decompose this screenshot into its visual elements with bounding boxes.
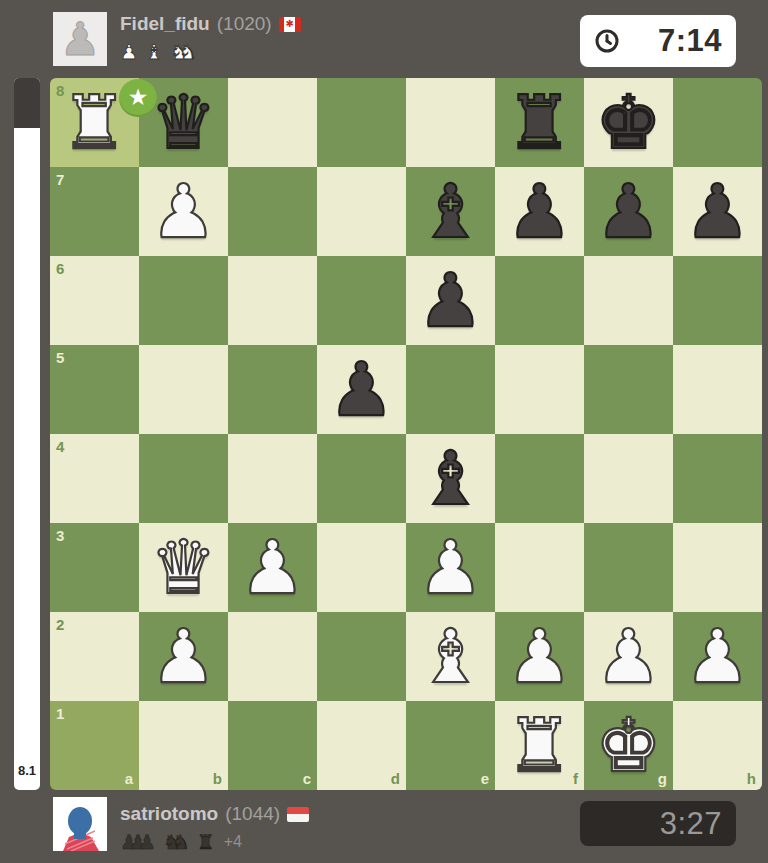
square-d8[interactable] — [317, 78, 406, 167]
square-g3[interactable] — [584, 523, 673, 612]
rank-label-3: 3 — [56, 527, 64, 544]
bottom-player-bar: satriotomo (1044) ♟♟♟♞♞♜+4 3:27 — [0, 790, 768, 863]
square-c5[interactable] — [228, 345, 317, 434]
file-label-e: e — [481, 770, 489, 787]
file-label-a: a — [125, 770, 133, 787]
square-g6[interactable] — [584, 256, 673, 345]
top-player-bar: ♟ Fidel_fidu (1020) ✱ ♟♝♞♞ 7:14 — [0, 0, 768, 78]
square-f5[interactable] — [495, 345, 584, 434]
square-f4[interactable] — [495, 434, 584, 523]
square-b3[interactable]: ♛ — [139, 523, 228, 612]
square-g2[interactable]: ♟ — [584, 612, 673, 701]
top-player-rating: (1020) — [217, 13, 272, 35]
square-b6[interactable] — [139, 256, 228, 345]
square-e7[interactable]: ♝ — [406, 167, 495, 256]
square-a1[interactable]: 1a — [50, 701, 139, 790]
square-g8[interactable]: ♚ — [584, 78, 673, 167]
captured-black-piece-icon: ♞ — [172, 830, 190, 854]
square-a6[interactable]: 6 — [50, 256, 139, 345]
chess-board[interactable]: 8♜★♛♜♚7♟♝♟♟♟6♟5♟4♝3♛♟♟2♟♝♟♟♟1abcdef♜g♚h — [50, 78, 762, 790]
top-clock-time: 7:14 — [620, 23, 736, 59]
square-g7[interactable]: ♟ — [584, 167, 673, 256]
file-label-d: d — [391, 770, 400, 787]
square-a2[interactable]: 2 — [50, 612, 139, 701]
square-d3[interactable] — [317, 523, 406, 612]
square-c8[interactable] — [228, 78, 317, 167]
square-c7[interactable] — [228, 167, 317, 256]
square-c2[interactable] — [228, 612, 317, 701]
black-pawn-f7[interactable]: ♟ — [495, 167, 584, 256]
white-bishop-e2[interactable]: ♝ — [406, 612, 495, 701]
square-c6[interactable] — [228, 256, 317, 345]
captured-white-piece-icon: ♞ — [179, 40, 197, 64]
file-label-c: c — [303, 770, 311, 787]
square-e8[interactable] — [406, 78, 495, 167]
rank-label-2: 2 — [56, 616, 64, 633]
captured-group: ♝ — [145, 40, 163, 64]
black-pawn-h7[interactable]: ♟ — [673, 167, 762, 256]
square-g1[interactable]: g♚ — [584, 701, 673, 790]
square-f7[interactable]: ♟ — [495, 167, 584, 256]
black-pawn-d5[interactable]: ♟ — [317, 345, 406, 434]
square-d2[interactable] — [317, 612, 406, 701]
bottom-captured-pieces: ♟♟♟♞♞♜+4 — [120, 829, 309, 855]
captured-group: ♞♞ — [170, 40, 197, 64]
square-g4[interactable] — [584, 434, 673, 523]
indonesia-flag-icon — [287, 807, 309, 822]
square-f3[interactable] — [495, 523, 584, 612]
rank-label-7: 7 — [56, 171, 64, 188]
black-bishop-e4[interactable]: ♝ — [406, 434, 495, 523]
square-h5[interactable] — [673, 345, 762, 434]
square-d4[interactable] — [317, 434, 406, 523]
white-rook-f1[interactable]: ♜ — [495, 701, 584, 790]
captured-group: ♟ — [120, 40, 138, 64]
square-c3[interactable]: ♟ — [228, 523, 317, 612]
square-f6[interactable] — [495, 256, 584, 345]
square-f8[interactable]: ♜ — [495, 78, 584, 167]
square-h4[interactable] — [673, 434, 762, 523]
bottom-player-name[interactable]: satriotomo — [120, 803, 218, 825]
square-b2[interactable]: ♟ — [139, 612, 228, 701]
square-h7[interactable]: ♟ — [673, 167, 762, 256]
evaluation-score: 8.1 — [14, 763, 40, 778]
captured-group: ♞♞ — [163, 830, 190, 854]
pawn-avatar-icon: ♟ — [59, 12, 100, 66]
top-player-avatar[interactable]: ♟ — [53, 12, 107, 66]
square-h2[interactable]: ♟ — [673, 612, 762, 701]
square-h8[interactable] — [673, 78, 762, 167]
captured-group: ♟♟♟ — [120, 830, 156, 854]
square-c1[interactable]: c — [228, 701, 317, 790]
top-player-clock: 7:14 — [580, 15, 736, 67]
square-b1[interactable]: b — [139, 701, 228, 790]
material-advantage: +4 — [224, 833, 242, 851]
square-d5[interactable]: ♟ — [317, 345, 406, 434]
square-f2[interactable]: ♟ — [495, 612, 584, 701]
bottom-player-rating: (1044) — [225, 803, 280, 825]
square-c4[interactable] — [228, 434, 317, 523]
rank-label-4: 4 — [56, 438, 64, 455]
white-pawn-h2[interactable]: ♟ — [673, 612, 762, 701]
white-pawn-g2[interactable]: ♟ — [584, 612, 673, 701]
captured-group: ♜ — [197, 830, 215, 854]
clock-icon — [594, 28, 620, 54]
white-pawn-e3[interactable]: ♟ — [406, 523, 495, 612]
square-h6[interactable] — [673, 256, 762, 345]
rank-label-5: 5 — [56, 349, 64, 366]
black-king-g8[interactable]: ♚ — [584, 78, 673, 167]
square-f1[interactable]: f♜ — [495, 701, 584, 790]
evaluation-bar-black-portion — [14, 78, 40, 128]
black-bishop-e7[interactable]: ♝ — [406, 167, 495, 256]
file-label-h: h — [747, 770, 756, 787]
square-b5[interactable] — [139, 345, 228, 434]
square-e5[interactable] — [406, 345, 495, 434]
black-pawn-e6[interactable]: ♟ — [406, 256, 495, 345]
rank-label-1: 1 — [56, 705, 64, 722]
file-label-b: b — [213, 770, 222, 787]
captured-black-piece-icon: ♜ — [197, 830, 215, 854]
square-a8[interactable]: 8♜★ — [50, 78, 139, 167]
square-b4[interactable] — [139, 434, 228, 523]
square-e6[interactable]: ♟ — [406, 256, 495, 345]
rank-label-6: 6 — [56, 260, 64, 277]
square-a3[interactable]: 3 — [50, 523, 139, 612]
square-h3[interactable] — [673, 523, 762, 612]
black-pawn-g7[interactable]: ♟ — [584, 167, 673, 256]
white-pawn-c3[interactable]: ♟ — [228, 523, 317, 612]
square-d1[interactable]: d — [317, 701, 406, 790]
square-e1[interactable]: e — [406, 701, 495, 790]
square-a4[interactable]: 4 — [50, 434, 139, 523]
top-captured-pieces: ♟♝♞♞ — [120, 39, 301, 65]
bottom-clock-time: 3:27 — [580, 806, 736, 842]
square-e4[interactable]: ♝ — [406, 434, 495, 523]
square-d6[interactable] — [317, 256, 406, 345]
bottom-player-clock: 3:27 — [580, 801, 736, 846]
black-rook-f8[interactable]: ♜ — [495, 78, 584, 167]
person-avatar-icon — [53, 797, 107, 851]
square-g5[interactable] — [584, 345, 673, 434]
white-queen-b3[interactable]: ♛ — [139, 523, 228, 612]
square-b7[interactable]: ♟ — [139, 167, 228, 256]
white-king-g1[interactable]: ♚ — [584, 701, 673, 790]
evaluation-bar: 8.1 — [14, 78, 40, 790]
square-d7[interactable] — [317, 167, 406, 256]
canada-flag-icon: ✱ — [279, 17, 301, 32]
captured-black-piece-icon: ♟ — [138, 830, 156, 854]
white-pawn-b7[interactable]: ♟ — [139, 167, 228, 256]
square-e2[interactable]: ♝ — [406, 612, 495, 701]
white-pawn-f2[interactable]: ♟ — [495, 612, 584, 701]
white-pawn-b2[interactable]: ♟ — [139, 612, 228, 701]
captured-white-piece-icon: ♟ — [120, 40, 138, 64]
square-a5[interactable]: 5 — [50, 345, 139, 434]
captured-white-piece-icon: ♝ — [145, 40, 163, 64]
move-star-badge-icon: ★ — [119, 79, 157, 117]
bottom-player-avatar[interactable] — [53, 797, 107, 851]
square-a7[interactable]: 7 — [50, 167, 139, 256]
square-h1[interactable]: h — [673, 701, 762, 790]
square-e3[interactable]: ♟ — [406, 523, 495, 612]
top-player-name[interactable]: Fidel_fidu — [120, 13, 210, 35]
